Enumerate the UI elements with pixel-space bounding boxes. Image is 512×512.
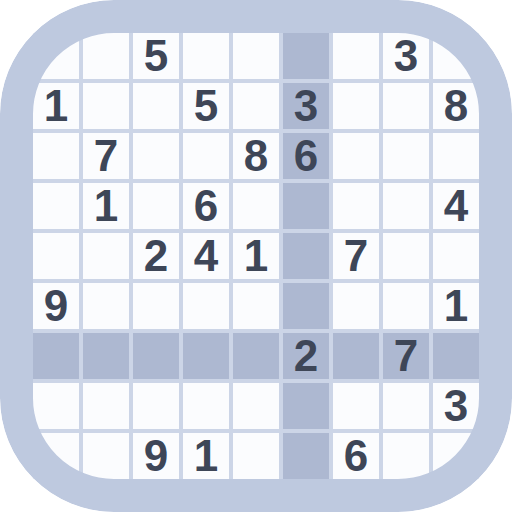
- sudoku-cell-r2c7[interactable]: [383, 133, 429, 179]
- sudoku-cell-r7c3[interactable]: [183, 383, 229, 429]
- given-digit: 4: [194, 234, 218, 278]
- sudoku-cell-r6c7[interactable]: 7: [383, 333, 429, 379]
- given-digit: 6: [194, 184, 218, 228]
- sudoku-cell-r6c4[interactable]: [233, 333, 279, 379]
- sudoku-cell-r0c0[interactable]: [33, 33, 79, 79]
- sudoku-cell-r1c6[interactable]: [333, 83, 379, 129]
- sudoku-cell-r5c1[interactable]: [83, 283, 129, 329]
- sudoku-app-icon: 531538786164241791273916: [0, 0, 512, 512]
- sudoku-cell-r0c5[interactable]: [283, 33, 329, 79]
- given-digit: 7: [344, 234, 368, 278]
- sudoku-cell-r2c1[interactable]: 7: [83, 133, 129, 179]
- sudoku-cell-r0c4[interactable]: [233, 33, 279, 79]
- sudoku-cell-r1c1[interactable]: [83, 83, 129, 129]
- given-digit: 7: [394, 334, 418, 378]
- sudoku-cell-r7c8[interactable]: 3: [433, 383, 479, 429]
- sudoku-cell-r4c5[interactable]: [283, 233, 329, 279]
- sudoku-cell-r2c2[interactable]: [133, 133, 179, 179]
- given-digit: 9: [144, 434, 168, 478]
- sudoku-cell-r7c0[interactable]: [33, 383, 79, 429]
- given-digit: 8: [244, 134, 268, 178]
- sudoku-cell-r2c3[interactable]: [183, 133, 229, 179]
- sudoku-cell-r0c2[interactable]: 5: [133, 33, 179, 79]
- sudoku-cell-r0c3[interactable]: [183, 33, 229, 79]
- given-digit: 6: [344, 434, 368, 478]
- given-digit: 3: [444, 384, 468, 428]
- given-digit: 8: [444, 84, 468, 128]
- given-digit: 2: [294, 334, 318, 378]
- sudoku-cell-r4c6[interactable]: 7: [333, 233, 379, 279]
- sudoku-cell-r8c2[interactable]: 9: [133, 433, 179, 479]
- sudoku-cell-r7c2[interactable]: [133, 383, 179, 429]
- sudoku-cell-r7c1[interactable]: [83, 383, 129, 429]
- sudoku-board: 531538786164241791273916: [33, 33, 479, 479]
- sudoku-cell-r1c7[interactable]: [383, 83, 429, 129]
- sudoku-cell-r0c7[interactable]: 3: [383, 33, 429, 79]
- sudoku-cell-r1c3[interactable]: 5: [183, 83, 229, 129]
- given-digit: 3: [394, 34, 418, 78]
- given-digit: 1: [444, 284, 468, 328]
- given-digit: 7: [94, 134, 118, 178]
- given-digit: 1: [244, 234, 268, 278]
- sudoku-cell-r8c8[interactable]: [433, 433, 479, 479]
- sudoku-cell-r8c1[interactable]: [83, 433, 129, 479]
- sudoku-cell-r0c6[interactable]: [333, 33, 379, 79]
- sudoku-cell-r8c0[interactable]: [33, 433, 79, 479]
- sudoku-cell-r1c0[interactable]: 1: [33, 83, 79, 129]
- sudoku-cell-r3c8[interactable]: 4: [433, 183, 479, 229]
- sudoku-cell-r1c8[interactable]: 8: [433, 83, 479, 129]
- sudoku-cell-r8c7[interactable]: [383, 433, 429, 479]
- sudoku-cell-r3c0[interactable]: [33, 183, 79, 229]
- sudoku-cell-r2c4[interactable]: 8: [233, 133, 279, 179]
- given-digit: 1: [94, 184, 118, 228]
- sudoku-cell-r6c2[interactable]: [133, 333, 179, 379]
- sudoku-cell-r0c1[interactable]: [83, 33, 129, 79]
- given-digit: 3: [294, 84, 318, 128]
- given-digit: 9: [44, 284, 68, 328]
- sudoku-cell-r5c3[interactable]: [183, 283, 229, 329]
- sudoku-cell-r4c4[interactable]: 1: [233, 233, 279, 279]
- sudoku-cell-r6c8[interactable]: [433, 333, 479, 379]
- given-digit: 4: [444, 184, 468, 228]
- given-digit: 2: [144, 234, 168, 278]
- sudoku-cell-r3c3[interactable]: 6: [183, 183, 229, 229]
- sudoku-cell-r7c7[interactable]: [383, 383, 429, 429]
- given-digit: 1: [194, 434, 218, 478]
- sudoku-cell-r3c4[interactable]: [233, 183, 279, 229]
- sudoku-cell-r8c5[interactable]: [283, 433, 329, 479]
- sudoku-cell-r5c0[interactable]: 9: [33, 283, 79, 329]
- sudoku-cell-r4c8[interactable]: [433, 233, 479, 279]
- sudoku-cell-r4c7[interactable]: [383, 233, 429, 279]
- sudoku-cell-r5c4[interactable]: [233, 283, 279, 329]
- sudoku-cell-r2c8[interactable]: [433, 133, 479, 179]
- sudoku-cell-r6c6[interactable]: [333, 333, 379, 379]
- sudoku-cell-r4c2[interactable]: 2: [133, 233, 179, 279]
- sudoku-cell-r1c4[interactable]: [233, 83, 279, 129]
- sudoku-cell-r3c1[interactable]: 1: [83, 183, 129, 229]
- sudoku-cell-r3c6[interactable]: [333, 183, 379, 229]
- sudoku-cell-r1c2[interactable]: [133, 83, 179, 129]
- sudoku-cell-r2c5[interactable]: 6: [283, 133, 329, 179]
- sudoku-cell-r5c6[interactable]: [333, 283, 379, 329]
- sudoku-cell-r8c4[interactable]: [233, 433, 279, 479]
- sudoku-cell-r2c0[interactable]: [33, 133, 79, 179]
- given-digit: 5: [144, 34, 168, 78]
- sudoku-cell-r8c3[interactable]: 1: [183, 433, 229, 479]
- sudoku-cell-r4c0[interactable]: [33, 233, 79, 279]
- sudoku-cell-r6c1[interactable]: [83, 333, 129, 379]
- sudoku-cell-r5c7[interactable]: [383, 283, 429, 329]
- sudoku-cell-r4c1[interactable]: [83, 233, 129, 279]
- sudoku-cell-r5c2[interactable]: [133, 283, 179, 329]
- given-digit: 5: [194, 84, 218, 128]
- sudoku-cell-r6c3[interactable]: [183, 333, 229, 379]
- sudoku-cell-r7c5[interactable]: [283, 383, 329, 429]
- sudoku-cell-r3c2[interactable]: [133, 183, 179, 229]
- sudoku-cell-r6c0[interactable]: [33, 333, 79, 379]
- sudoku-cell-r7c6[interactable]: [333, 383, 379, 429]
- sudoku-cell-r6c5[interactable]: 2: [283, 333, 329, 379]
- sudoku-cell-r5c8[interactable]: 1: [433, 283, 479, 329]
- given-digit: 1: [44, 84, 68, 128]
- sudoku-cell-r7c4[interactable]: [233, 383, 279, 429]
- sudoku-cell-r1c5[interactable]: 3: [283, 83, 329, 129]
- sudoku-cell-r2c6[interactable]: [333, 133, 379, 179]
- sudoku-cell-r8c6[interactable]: 6: [333, 433, 379, 479]
- sudoku-cell-r3c7[interactable]: [383, 183, 429, 229]
- sudoku-cell-r4c3[interactable]: 4: [183, 233, 229, 279]
- sudoku-cell-r0c8[interactable]: [433, 33, 479, 79]
- screenshot-canvas: 531538786164241791273916: [0, 0, 512, 512]
- given-digit: 6: [294, 134, 318, 178]
- sudoku-cell-r5c5[interactable]: [283, 283, 329, 329]
- sudoku-cell-r3c5[interactable]: [283, 183, 329, 229]
